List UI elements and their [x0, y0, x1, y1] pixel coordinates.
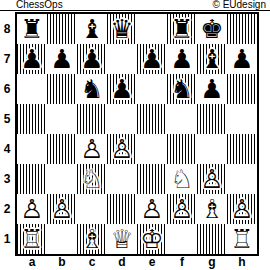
piece-white-pawn[interactable]: ♙	[80, 134, 103, 164]
square-c5[interactable]	[77, 104, 107, 134]
square-g1[interactable]	[197, 224, 227, 254]
square-h7[interactable]: ♟	[227, 44, 257, 74]
piece-black-king[interactable]: ♚	[200, 14, 223, 44]
square-a5[interactable]	[17, 104, 47, 134]
piece-black-pawn[interactable]: ♟	[50, 44, 73, 74]
file-label-a: a	[17, 255, 47, 269]
square-g2[interactable]: ♗	[197, 194, 227, 224]
piece-black-rook[interactable]: ♜	[20, 14, 43, 44]
square-g3[interactable]: ♙	[197, 164, 227, 194]
square-d5[interactable]	[107, 104, 137, 134]
chess-diagram-window: ChessOps © EUdesign 87654321 ♜♝♛♜♚♟♟♟♟♟♝…	[0, 0, 270, 270]
piece-white-bishop[interactable]: ♗	[80, 224, 103, 254]
square-e2[interactable]: ♙	[137, 194, 167, 224]
square-c8[interactable]: ♝	[77, 14, 107, 44]
chess-board: ♜♝♛♜♚♟♟♟♟♟♝♟♞♟♞♟♙♙♘♘♙♙♙♙♙♗♙♖♗♕♔♖	[15, 12, 259, 256]
square-e4[interactable]	[137, 134, 167, 164]
square-c4[interactable]: ♙	[77, 134, 107, 164]
square-f2[interactable]: ♙	[167, 194, 197, 224]
square-d7[interactable]	[107, 44, 137, 74]
square-f7[interactable]: ♟	[167, 44, 197, 74]
square-b5[interactable]	[47, 104, 77, 134]
piece-white-rook[interactable]: ♖	[230, 224, 253, 254]
file-label-f: f	[167, 255, 197, 269]
file-labels: abcdefgh	[17, 255, 257, 269]
piece-black-bishop[interactable]: ♝	[80, 14, 103, 44]
square-e7[interactable]: ♟	[137, 44, 167, 74]
square-a4[interactable]	[17, 134, 47, 164]
file-label-g: g	[197, 255, 227, 269]
rank-label-7: 7	[0, 44, 14, 74]
square-d2[interactable]	[107, 194, 137, 224]
file-label-e: e	[137, 255, 167, 269]
square-g5[interactable]	[197, 104, 227, 134]
rank-label-8: 8	[0, 14, 14, 44]
rank-label-5: 5	[0, 104, 14, 134]
rank-label-6: 6	[0, 74, 14, 104]
square-c7[interactable]: ♟	[77, 44, 107, 74]
piece-black-pawn[interactable]: ♟	[230, 44, 253, 74]
piece-black-pawn[interactable]: ♟	[170, 44, 193, 74]
square-b3[interactable]	[47, 164, 77, 194]
square-a3[interactable]	[17, 164, 47, 194]
copyright-label: © EUdesign	[212, 0, 266, 10]
square-b8[interactable]	[47, 14, 77, 44]
piece-black-pawn[interactable]: ♟	[20, 44, 43, 74]
square-b4[interactable]	[47, 134, 77, 164]
square-b1[interactable]	[47, 224, 77, 254]
piece-white-rook[interactable]: ♖	[20, 224, 43, 254]
rank-label-3: 3	[0, 164, 14, 194]
piece-black-knight[interactable]: ♞	[170, 74, 193, 104]
square-d4[interactable]: ♙	[107, 134, 137, 164]
file-label-d: d	[107, 255, 137, 269]
square-h6[interactable]	[227, 74, 257, 104]
rank-label-1: 1	[0, 224, 14, 254]
header-divider	[0, 10, 270, 11]
square-f3[interactable]: ♘	[167, 164, 197, 194]
piece-black-queen[interactable]: ♛	[110, 14, 133, 44]
piece-white-pawn[interactable]: ♙	[20, 194, 43, 224]
square-f1[interactable]	[167, 224, 197, 254]
square-f4[interactable]	[167, 134, 197, 164]
square-d8[interactable]: ♛	[107, 14, 137, 44]
piece-white-pawn[interactable]: ♙	[200, 164, 223, 194]
piece-black-pawn[interactable]: ♟	[80, 44, 103, 74]
square-a2[interactable]: ♙	[17, 194, 47, 224]
piece-black-pawn[interactable]: ♟	[110, 74, 133, 104]
square-h8[interactable]	[227, 14, 257, 44]
piece-white-queen[interactable]: ♕	[110, 224, 133, 254]
square-e3[interactable]	[137, 164, 167, 194]
square-c6[interactable]: ♞	[77, 74, 107, 104]
square-e1[interactable]: ♔	[137, 224, 167, 254]
rank-label-2: 2	[0, 194, 14, 224]
piece-black-bishop[interactable]: ♝	[200, 44, 223, 74]
square-h5[interactable]	[227, 104, 257, 134]
square-c1[interactable]: ♗	[77, 224, 107, 254]
piece-white-pawn[interactable]: ♙	[140, 194, 163, 224]
square-b7[interactable]: ♟	[47, 44, 77, 74]
square-f8[interactable]: ♜	[167, 14, 197, 44]
square-a7[interactable]: ♟	[17, 44, 47, 74]
square-b2[interactable]: ♙	[47, 194, 77, 224]
square-d3[interactable]	[107, 164, 137, 194]
piece-black-pawn[interactable]: ♟	[200, 74, 223, 104]
square-h4[interactable]	[227, 134, 257, 164]
square-f6[interactable]: ♞	[167, 74, 197, 104]
piece-white-pawn[interactable]: ♙	[110, 134, 133, 164]
square-h2[interactable]: ♙	[227, 194, 257, 224]
piece-white-knight[interactable]: ♘	[80, 164, 103, 194]
square-a1[interactable]: ♖	[17, 224, 47, 254]
piece-black-rook[interactable]: ♜	[170, 14, 193, 44]
file-label-b: b	[47, 255, 77, 269]
piece-white-bishop[interactable]: ♗	[200, 194, 223, 224]
square-g7[interactable]: ♝	[197, 44, 227, 74]
file-label-h: h	[227, 255, 257, 269]
square-e5[interactable]	[137, 104, 167, 134]
piece-white-knight[interactable]: ♘	[170, 164, 193, 194]
rank-labels: 87654321	[0, 14, 14, 254]
square-e8[interactable]	[137, 14, 167, 44]
square-d1[interactable]: ♕	[107, 224, 137, 254]
square-a8[interactable]: ♜	[17, 14, 47, 44]
app-title: ChessOps	[16, 0, 63, 10]
piece-white-king[interactable]: ♔	[140, 224, 163, 254]
square-b6[interactable]	[47, 74, 77, 104]
piece-white-pawn[interactable]: ♙	[170, 194, 193, 224]
file-label-c: c	[77, 255, 107, 269]
square-e6[interactable]	[137, 74, 167, 104]
square-d6[interactable]: ♟	[107, 74, 137, 104]
square-g4[interactable]	[197, 134, 227, 164]
square-g6[interactable]: ♟	[197, 74, 227, 104]
square-f5[interactable]	[167, 104, 197, 134]
square-g8[interactable]: ♚	[197, 14, 227, 44]
square-h3[interactable]	[227, 164, 257, 194]
piece-black-knight[interactable]: ♞	[80, 74, 103, 104]
square-c3[interactable]: ♘	[77, 164, 107, 194]
piece-white-pawn[interactable]: ♙	[230, 194, 253, 224]
piece-white-pawn[interactable]: ♙	[50, 194, 73, 224]
square-c2[interactable]	[77, 194, 107, 224]
piece-black-pawn[interactable]: ♟	[140, 44, 163, 74]
rank-label-4: 4	[0, 134, 14, 164]
square-a6[interactable]	[17, 74, 47, 104]
square-h1[interactable]: ♖	[227, 224, 257, 254]
